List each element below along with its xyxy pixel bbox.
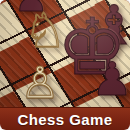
board-photo: ♟ ♘ ♝ ♚ ♟ ♙ (0, 0, 130, 108)
app-title: Chess Game (18, 111, 113, 128)
black-pawn-icon: ♟ (91, 56, 130, 102)
chess-game-app-icon[interactable]: ♟ ♘ ♝ ♚ ♟ ♙ Chess Game (0, 0, 130, 130)
white-pawn-icon: ♙ (20, 61, 59, 105)
title-banner: Chess Game (0, 107, 130, 130)
